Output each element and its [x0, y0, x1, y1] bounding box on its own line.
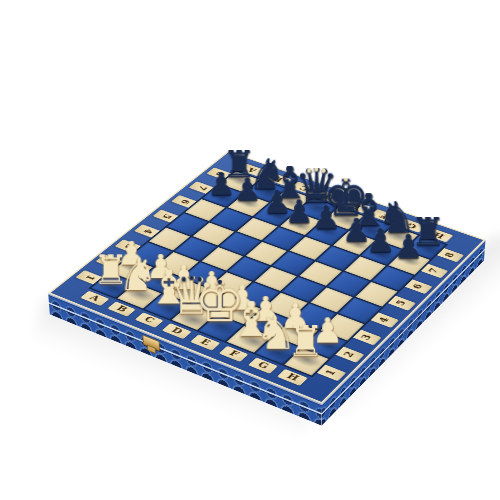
rank-label-6: 6 — [402, 279, 432, 294]
piece-contact-shadow — [236, 197, 263, 210]
piece-finial-cream — [314, 167, 318, 171]
brass-clasp-icon — [142, 334, 159, 351]
product-photo-canvas: ABCDEFGH ABCDEFGH 87654321 87654321 ♜♞♝♛… — [0, 0, 500, 500]
chess-piece-glyph-rook: ♜ — [268, 325, 343, 357]
piece-contact-shadow — [265, 209, 292, 222]
piece-contact-shadow — [368, 248, 396, 262]
file-label-d: D — [162, 323, 192, 339]
piece-white-rook-h1[interactable]: ♜ — [268, 325, 343, 359]
piece-finial-navy — [189, 275, 194, 280]
piece-contact-shadow — [396, 254, 424, 268]
piece-contact-shadow — [287, 219, 314, 233]
piece-contact-shadow — [314, 225, 341, 239]
piece-contact-shadow — [209, 191, 236, 204]
rank-label-1: 1 — [314, 364, 345, 381]
piece-contact-shadow — [345, 237, 373, 251]
